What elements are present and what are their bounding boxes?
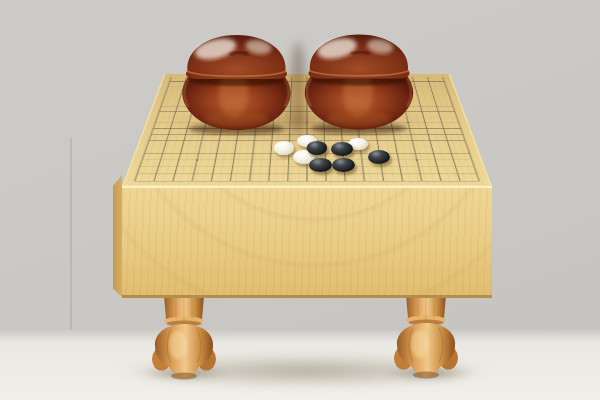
- go-stone-black: [332, 158, 355, 172]
- go-stone-white: [274, 141, 295, 154]
- go-stone-black: [307, 141, 328, 154]
- go-stone-black: [331, 142, 352, 155]
- go-bowl-left: [177, 26, 296, 136]
- go-stone-black: [368, 150, 390, 164]
- go-bowl-right: [300, 25, 418, 136]
- go-stone-black: [309, 158, 332, 172]
- goban-left-side-face: [113, 175, 122, 297]
- goban-front-face: [122, 186, 492, 298]
- go-board-photo-scene: [0, 0, 600, 400]
